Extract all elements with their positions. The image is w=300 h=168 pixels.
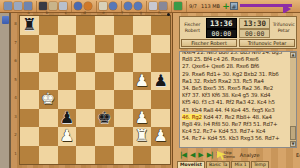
tab-temp[interactable]: Temp [251,161,269,168]
black-rook-a8[interactable]: ♜ [20,16,39,35]
black-name-bar[interactable]: Trifunovic Petar [239,39,295,47]
back-game-icon[interactable] [124,2,132,10]
square-g1[interactable] [133,146,152,165]
black-pawn-c3[interactable]: ♟ [58,109,77,128]
square-a2[interactable] [20,127,39,146]
black-pawn-h5[interactable]: ♟ [151,72,170,91]
move-text[interactable]: 54. Rc7+ Kd4 55. Kb3 Rxg3 56. Rd7+ [182,135,279,141]
square-e6[interactable] [95,53,114,72]
square-h8[interactable] [151,16,170,35]
panel-tabs: MovelistBasic TaMix 1Temp [177,161,269,168]
move-list[interactable]: Nxe4 22. Ne5 Bd6 23. Bd3 Nf6 24. Bg5Rd8 … [179,51,297,148]
movelist-scrollbar[interactable]: ▲ ▼ [290,52,296,147]
clipboard-icon[interactable] [49,2,57,10]
square-a7[interactable] [20,35,39,54]
square-f8[interactable] [114,16,133,35]
engine-icon[interactable] [174,2,182,10]
move-text[interactable]: 43. Kb4 Ra8 44. f4 Ke4 45. fxg5 Ke3 [182,107,274,113]
rank-label-8: 8 [12,15,19,34]
tab-basic-ta[interactable]: Basic Ta [206,161,230,168]
move-line-8[interactable]: Kf5 40. f3 c3 41. Rf2 Ra3 42. Kc4 h5 [182,99,295,106]
globe-icon[interactable] [109,2,117,10]
chess-app-window: 9/7 113 MB + # 87654321 abcdefgh ♜♟♟♚♟♚♟… [0,0,300,168]
black-clock-main: 13:30 [239,18,270,29]
save-icon[interactable] [24,2,32,10]
square-b7[interactable] [39,35,58,54]
square-f2[interactable] [114,127,133,146]
left-edge-panel [0,13,11,168]
square-d5[interactable] [76,72,95,91]
black-player-label: Trifunovic Petar [271,17,296,39]
move-text[interactable]: Rd8 25. Bf4 c4 26. Rxe6 Rxe6 [182,56,259,62]
square-d4[interactable] [76,90,95,109]
square-g8[interactable] [133,16,152,35]
go-to-start-button[interactable]: |◀ [179,151,187,160]
white-name-bar[interactable]: Fischer Robert [181,39,237,47]
move-text[interactable]: Nxe4 22. Ne5 Bd6 23. Bd3 Nf6 24. Bg5 [182,51,282,55]
white-pawn-g5[interactable]: ♟ [133,72,152,91]
analyze-button[interactable]: Analyze [240,152,260,158]
move-text[interactable]: 29. Rxa6 Rd1+ 30. Kg2 Bxb2 31. Rb6 [182,71,278,77]
black-clock-secondary: 00:00 [239,29,270,38]
square-a6[interactable] [20,53,39,72]
board-panel: 87654321 abcdefgh ♜♟♟♚♟♚♟♟♜♟ [11,13,172,168]
notation-window-icon[interactable] [14,2,22,10]
annotation-arrow [240,4,292,7]
square-a5[interactable] [20,72,39,91]
player-name-bars: Fischer Robert Trifunovic Petar [180,39,296,48]
square-c3[interactable]: ♟ [58,109,77,128]
playback-controls: |◀ ◀ ▶ ▶| ↻ Skip Demo Analyze Edit [179,150,300,160]
square-e7[interactable] [95,35,114,54]
move-text[interactable]: 27. Qxe6+ Qxe6 28. Rxe6 Bf6 [182,63,259,69]
square-f7[interactable] [114,35,133,54]
square-g3[interactable]: ♟ [133,109,152,128]
square-h5[interactable]: ♟ [151,72,170,91]
left-edge-widget [2,16,9,24]
square-c1[interactable] [58,146,77,165]
move-text[interactable]: Kc4 52. Rc7+ Kd4 53. Rd7+ Kc4 [182,128,265,134]
square-g4[interactable] [133,90,152,109]
info-icon[interactable] [74,2,82,10]
square-h7[interactable] [151,35,170,54]
square-a1[interactable] [20,146,39,165]
step-back-button[interactable]: ◀ [189,151,195,160]
square-a3[interactable] [20,109,39,128]
move-line-9[interactable]: 43. Kb4 Ra8 44. f4 Ke4 45. fxg5 Ke3 [182,107,295,114]
rank-label-1: 1 [12,145,19,164]
square-h4[interactable] [151,90,170,109]
move-line-12[interactable]: Kc4 52. Rc7+ Kd4 53. Rd7+ Kc4 [182,128,295,135]
counter-text: 9/7 [187,3,199,9]
square-a8[interactable]: ♜ [20,16,39,35]
rank-label-7: 7 [12,34,19,53]
rank-label-4: 4 [12,89,19,108]
rank-label-3: 3 [12,108,19,127]
square-b2[interactable] [39,127,58,146]
square-f6[interactable] [114,53,133,72]
square-c6[interactable] [58,53,77,72]
white-rook-g2[interactable]: ♜ [133,127,152,146]
rank-label-5: 5 [12,71,19,90]
clock-displays: Fischer Robert 13:36 00:00 13:30 00:00 T… [180,17,296,39]
square-e8[interactable] [95,16,114,35]
square-h3[interactable] [151,109,170,128]
rank-labels: 87654321 [12,15,19,163]
square-d1[interactable] [76,146,95,165]
square-c4[interactable] [58,90,77,109]
square-b1[interactable] [39,146,58,165]
go-to-end-button[interactable]: ▶| [206,151,214,160]
chess-board[interactable]: ♜♟♟♚♟♚♟♟♜♟ [19,15,171,165]
white-name-line2: Robert [180,28,205,34]
document-icon[interactable] [99,2,107,10]
toolbar-group-7 [172,1,187,12]
white-player-label: Fischer Robert [180,17,205,39]
step-forward-button[interactable]: ▶ [197,151,203,160]
move-text[interactable]: 34. Be5 Bxe5 35. Rxe5 Ra2 36. Re2 [182,85,273,91]
skip-label-line2: Demo [224,154,235,159]
move-text[interactable]: Kd4 47. Re2 Rb8+ 48. Ka4 [202,114,272,120]
square-d3[interactable] [76,109,95,128]
square-e2[interactable] [95,127,114,146]
square-c7[interactable] [58,35,77,54]
frame-pin-dot [167,13,170,16]
move-line-2[interactable]: Rd8 25. Bf4 c4 26. Rxe6 Rxe6 [182,56,295,63]
square-g5[interactable]: ♟ [133,72,152,91]
white-pawn-h2[interactable]: ♟ [151,127,170,146]
move-text[interactable]: Kf5 40. f3 c3 41. Rf2 Ra3 42. Kc4 h5 [182,99,275,105]
square-b6[interactable] [39,53,58,72]
square-c5[interactable] [58,72,77,91]
square-d2[interactable] [76,127,95,146]
square-a4[interactable] [20,90,39,109]
skip-demo-label[interactable]: Skip Demo [224,151,235,159]
current-move-highlight[interactable]: 46. Rg2 [182,114,202,120]
square-h6[interactable] [151,53,170,72]
black-king-e3[interactable]: ♚ [95,109,114,128]
next-game-icon[interactable] [134,2,142,10]
move-text[interactable]: Ra1 32. Rxb5 Rxa2 33. Rc5 Ra4 [182,78,264,84]
square-g6[interactable] [133,53,152,72]
board-window-icon[interactable] [4,2,12,10]
square-f4[interactable] [114,90,133,109]
white-clock-main: 13:36 [206,18,237,29]
square-b3[interactable] [39,109,58,128]
move-line-4[interactable]: 29. Rxa6 Rd1+ 30. Kg2 Bxb2 31. Rb6 [182,71,295,78]
square-d7[interactable] [76,35,95,54]
white-clock-secondary: 00:00 [206,29,237,38]
square-f5[interactable] [114,72,133,91]
rank-label-6: 6 [12,52,19,71]
scroll-down-icon[interactable]: ▼ [290,141,296,147]
memory-usage-text: 113 MB [199,3,222,9]
square-e1[interactable] [95,146,114,165]
record-icon[interactable] [84,2,92,10]
square-f1[interactable] [114,146,133,165]
move-text[interactable]: Kf7 37. Kf3 Kf6 38. Ke4 g5 39. Kd4 [182,92,270,98]
camera-icon[interactable] [39,2,47,10]
square-e3[interactable]: ♚ [95,109,114,128]
move-line-5[interactable]: Ra1 32. Rxb5 Rxa2 33. Rc5 Ra4 [182,78,295,85]
clock-panel: Fischer Robert 13:36 00:00 13:30 00:00 T… [179,16,297,49]
square-b4[interactable]: ♚ [39,90,58,109]
move-line-11[interactable]: Rg8 49. h4 Rf8 50. Re7 Rf3 51. Rd7+ [182,121,295,128]
white-king-b4[interactable]: ♚ [39,90,58,109]
white-clock: 13:36 00:00 [206,18,237,38]
square-g7[interactable] [133,35,152,54]
print-icon[interactable] [59,2,67,10]
game-info-panel: Fischer Robert 13:36 00:00 13:30 00:00 T… [172,13,300,168]
move-line-7[interactable]: Kf7 37. Kf3 Kf6 38. Ke4 g5 39. Kd4 [182,92,295,99]
move-line-13[interactable]: 54. Rc7+ Kd4 55. Kb3 Rxg3 56. Rd7+ [182,135,295,142]
square-d8[interactable] [76,16,95,35]
move-line-3[interactable]: 27. Qxe6+ Qxe6 28. Rxe6 Bf6 [182,63,295,70]
square-c8[interactable] [58,16,77,35]
square-e4[interactable] [95,90,114,109]
square-g2[interactable]: ♜ [133,127,152,146]
tab-movelist[interactable]: Movelist [177,161,205,168]
white-pawn-c2[interactable]: ♟ [58,127,77,146]
square-b8[interactable] [39,16,58,35]
square-c2[interactable]: ♟ [58,127,77,146]
white-pawn-g3[interactable]: ♟ [133,109,152,128]
square-f3[interactable] [114,109,133,128]
black-clock: 13:30 00:00 [239,18,270,38]
square-h2[interactable]: ♟ [151,127,170,146]
grid-view-icon[interactable]: # [230,2,238,10]
tab-mix-1[interactable]: Mix 1 [231,161,249,168]
move-line-10[interactable]: 46. Rg2 Kd4 47. Re2 Rb8+ 48. Ka4 [182,114,295,121]
rank-label-2: 2 [12,126,19,145]
move-line-6[interactable]: 34. Be5 Bxe5 35. Rxe5 Ra2 36. Re2 [182,85,295,92]
square-b5[interactable] [39,72,58,91]
square-e5[interactable] [95,72,114,91]
edit-button[interactable]: Edit [296,152,300,158]
scroll-up-icon[interactable]: ▲ [290,52,296,58]
add-icon[interactable]: + [222,2,230,10]
scrollbar-thumb[interactable] [290,126,296,140]
player-black-icon[interactable] [159,2,167,10]
player-white-icon[interactable] [149,2,157,10]
square-h1[interactable] [151,146,170,165]
square-d6[interactable] [76,53,95,72]
move-text[interactable]: Rg8 49. h4 Rf8 50. Re7 Rf3 51. Rd7+ [182,121,277,127]
black-name-line2: Petar [271,28,296,34]
